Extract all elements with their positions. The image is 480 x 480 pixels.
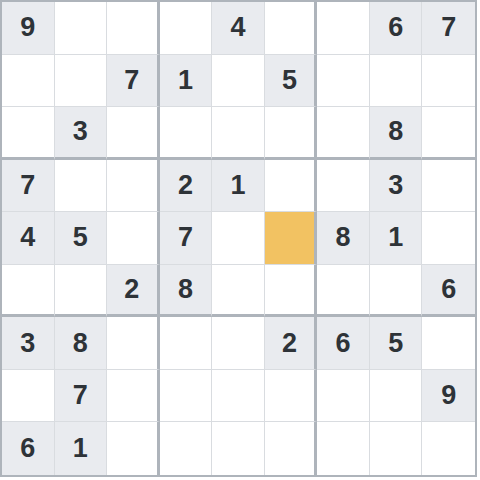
sudoku-cell-r3c3[interactable] — [107, 107, 160, 160]
sudoku-cell-r9c2[interactable]: 1 — [55, 422, 108, 475]
sudoku-cell-r3c4[interactable] — [160, 107, 213, 160]
sudoku-cell-r4c8[interactable]: 3 — [370, 160, 423, 213]
sudoku-cell-r8c3[interactable] — [107, 370, 160, 423]
sudoku-cell-r1c6[interactable] — [265, 2, 318, 55]
sudoku-cell-r5c7[interactable]: 8 — [317, 212, 370, 265]
sudoku-cell-r4c2[interactable] — [55, 160, 108, 213]
sudoku-cell-r2c1[interactable] — [2, 55, 55, 108]
sudoku-cell-r7c1[interactable]: 3 — [2, 317, 55, 370]
sudoku-cell-r6c4[interactable]: 8 — [160, 265, 213, 318]
sudoku-cell-r5c9[interactable] — [422, 212, 475, 265]
sudoku-cell-r7c4[interactable] — [160, 317, 213, 370]
sudoku-cell-r1c3[interactable] — [107, 2, 160, 55]
sudoku-cell-r8c7[interactable] — [317, 370, 370, 423]
sudoku-cell-r1c4[interactable] — [160, 2, 213, 55]
sudoku-cell-r5c2[interactable]: 5 — [55, 212, 108, 265]
sudoku-cell-r3c1[interactable] — [2, 107, 55, 160]
sudoku-cell-r1c7[interactable] — [317, 2, 370, 55]
sudoku-cell-r8c2[interactable]: 7 — [55, 370, 108, 423]
sudoku-cell-r6c8[interactable] — [370, 265, 423, 318]
sudoku-cell-r6c3[interactable]: 2 — [107, 265, 160, 318]
sudoku-cell-r2c4[interactable]: 1 — [160, 55, 213, 108]
sudoku-cell-r9c3[interactable] — [107, 422, 160, 475]
sudoku-cell-r8c5[interactable] — [212, 370, 265, 423]
sudoku-cell-r3c9[interactable] — [422, 107, 475, 160]
sudoku-cell-r9c7[interactable] — [317, 422, 370, 475]
sudoku-cell-r2c3[interactable]: 7 — [107, 55, 160, 108]
sudoku-cell-r2c7[interactable] — [317, 55, 370, 108]
sudoku-cell-r6c6[interactable] — [265, 265, 318, 318]
sudoku-cell-r2c5[interactable] — [212, 55, 265, 108]
sudoku-cell-r3c5[interactable] — [212, 107, 265, 160]
sudoku-cell-r6c5[interactable] — [212, 265, 265, 318]
sudoku-cell-r7c5[interactable] — [212, 317, 265, 370]
sudoku-cell-r4c3[interactable] — [107, 160, 160, 213]
sudoku-cell-r9c1[interactable]: 6 — [2, 422, 55, 475]
sudoku-cell-r1c8[interactable]: 6 — [370, 2, 423, 55]
sudoku-cell-r4c7[interactable] — [317, 160, 370, 213]
sudoku-cell-r5c4[interactable]: 7 — [160, 212, 213, 265]
sudoku-cell-r6c1[interactable] — [2, 265, 55, 318]
sudoku-cell-r7c9[interactable] — [422, 317, 475, 370]
sudoku-cell-r5c5[interactable] — [212, 212, 265, 265]
sudoku-cell-r4c1[interactable]: 7 — [2, 160, 55, 213]
sudoku-cell-r2c6[interactable]: 5 — [265, 55, 318, 108]
sudoku-cell-r5c3[interactable] — [107, 212, 160, 265]
sudoku-cell-r6c9[interactable]: 6 — [422, 265, 475, 318]
sudoku-cell-r1c1[interactable]: 9 — [2, 2, 55, 55]
sudoku-cell-r4c9[interactable] — [422, 160, 475, 213]
sudoku-cell-r7c6[interactable]: 2 — [265, 317, 318, 370]
sudoku-cell-r5c6[interactable] — [265, 212, 318, 265]
sudoku-cell-r3c7[interactable] — [317, 107, 370, 160]
sudoku-cell-r6c7[interactable] — [317, 265, 370, 318]
sudoku-cell-r3c8[interactable]: 8 — [370, 107, 423, 160]
sudoku-cell-r8c1[interactable] — [2, 370, 55, 423]
sudoku-board: 946771538721345781286382657961 — [0, 0, 477, 477]
sudoku-cell-r4c6[interactable] — [265, 160, 318, 213]
sudoku-cell-r9c4[interactable] — [160, 422, 213, 475]
sudoku-cell-r4c5[interactable]: 1 — [212, 160, 265, 213]
sudoku-cell-r8c6[interactable] — [265, 370, 318, 423]
sudoku-cell-r5c1[interactable]: 4 — [2, 212, 55, 265]
sudoku-cell-r9c8[interactable] — [370, 422, 423, 475]
sudoku-cell-r8c9[interactable]: 9 — [422, 370, 475, 423]
sudoku-cell-r2c9[interactable] — [422, 55, 475, 108]
sudoku-cell-r2c8[interactable] — [370, 55, 423, 108]
sudoku-cell-r4c4[interactable]: 2 — [160, 160, 213, 213]
sudoku-cell-r8c4[interactable] — [160, 370, 213, 423]
sudoku-cell-r1c9[interactable]: 7 — [422, 2, 475, 55]
sudoku-cell-r7c7[interactable]: 6 — [317, 317, 370, 370]
sudoku-cell-r6c2[interactable] — [55, 265, 108, 318]
sudoku-cell-r3c6[interactable] — [265, 107, 318, 160]
sudoku-cell-r1c2[interactable] — [55, 2, 108, 55]
sudoku-cell-r5c8[interactable]: 1 — [370, 212, 423, 265]
sudoku-cell-r7c8[interactable]: 5 — [370, 317, 423, 370]
sudoku-cell-r1c5[interactable]: 4 — [212, 2, 265, 55]
sudoku-cell-r2c2[interactable] — [55, 55, 108, 108]
sudoku-cell-r7c2[interactable]: 8 — [55, 317, 108, 370]
sudoku-cell-r9c6[interactable] — [265, 422, 318, 475]
sudoku-cell-r9c5[interactable] — [212, 422, 265, 475]
sudoku-cell-r3c2[interactable]: 3 — [55, 107, 108, 160]
sudoku-cell-r9c9[interactable] — [422, 422, 475, 475]
sudoku-cell-r8c8[interactable] — [370, 370, 423, 423]
sudoku-cell-r7c3[interactable] — [107, 317, 160, 370]
